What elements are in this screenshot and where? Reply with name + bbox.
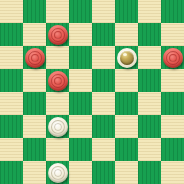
square-31[interactable] xyxy=(92,161,115,184)
square-16[interactable] xyxy=(138,69,161,92)
square-2[interactable] xyxy=(69,0,92,23)
light-square-r7c7 xyxy=(161,161,184,184)
light-square-r3c7 xyxy=(161,69,184,92)
light-square-r4c2 xyxy=(46,92,69,115)
light-square-r1c7 xyxy=(161,23,184,46)
square-6[interactable] xyxy=(46,23,69,46)
light-square-r5c3 xyxy=(69,115,92,138)
square-5[interactable] xyxy=(0,23,23,46)
square-4[interactable] xyxy=(161,0,184,23)
white-man[interactable] xyxy=(48,163,68,183)
light-square-r0c0 xyxy=(0,0,23,23)
square-17[interactable] xyxy=(23,92,46,115)
square-3[interactable] xyxy=(115,0,138,23)
square-1[interactable] xyxy=(23,0,46,23)
red-man[interactable] xyxy=(48,71,68,91)
light-square-r3c3 xyxy=(69,69,92,92)
light-square-r6c6 xyxy=(138,138,161,161)
square-9[interactable] xyxy=(23,46,46,69)
light-square-r6c4 xyxy=(92,138,115,161)
square-8[interactable] xyxy=(138,23,161,46)
square-22[interactable] xyxy=(46,115,69,138)
light-square-r2c4 xyxy=(92,46,115,69)
light-square-r4c4 xyxy=(92,92,115,115)
light-square-r2c2 xyxy=(46,46,69,69)
square-30[interactable] xyxy=(46,161,69,184)
light-square-r0c6 xyxy=(138,0,161,23)
square-20[interactable] xyxy=(161,92,184,115)
white-man[interactable] xyxy=(48,117,68,137)
light-square-r5c7 xyxy=(161,115,184,138)
light-square-r7c1 xyxy=(23,161,46,184)
light-square-r7c5 xyxy=(115,161,138,184)
light-square-r6c2 xyxy=(46,138,69,161)
square-24[interactable] xyxy=(138,115,161,138)
square-11[interactable] xyxy=(115,46,138,69)
square-28[interactable] xyxy=(161,138,184,161)
square-27[interactable] xyxy=(115,138,138,161)
square-23[interactable] xyxy=(92,115,115,138)
square-21[interactable] xyxy=(0,115,23,138)
light-square-r1c1 xyxy=(23,23,46,46)
square-18[interactable] xyxy=(69,92,92,115)
light-square-r1c3 xyxy=(69,23,92,46)
square-13[interactable] xyxy=(0,69,23,92)
square-12[interactable] xyxy=(161,46,184,69)
light-square-r3c5 xyxy=(115,69,138,92)
square-25[interactable] xyxy=(23,138,46,161)
square-26[interactable] xyxy=(69,138,92,161)
light-square-r0c4 xyxy=(92,0,115,23)
light-square-r0c2 xyxy=(46,0,69,23)
light-square-r4c0 xyxy=(0,92,23,115)
red-man[interactable] xyxy=(163,48,183,68)
light-square-r5c5 xyxy=(115,115,138,138)
red-man[interactable] xyxy=(25,48,45,68)
square-7[interactable] xyxy=(92,23,115,46)
square-32[interactable] xyxy=(138,161,161,184)
red-man[interactable] xyxy=(48,25,68,45)
checkers-board xyxy=(0,0,184,184)
light-square-r4c6 xyxy=(138,92,161,115)
light-square-r2c0 xyxy=(0,46,23,69)
square-19[interactable] xyxy=(115,92,138,115)
light-square-r5c1 xyxy=(23,115,46,138)
square-14[interactable] xyxy=(46,69,69,92)
light-square-r2c6 xyxy=(138,46,161,69)
square-15[interactable] xyxy=(92,69,115,92)
square-29[interactable] xyxy=(0,161,23,184)
light-square-r7c3 xyxy=(69,161,92,184)
light-square-r1c5 xyxy=(115,23,138,46)
light-square-r3c1 xyxy=(23,69,46,92)
square-10[interactable] xyxy=(69,46,92,69)
light-square-r6c0 xyxy=(0,138,23,161)
white-king[interactable] xyxy=(117,48,137,68)
